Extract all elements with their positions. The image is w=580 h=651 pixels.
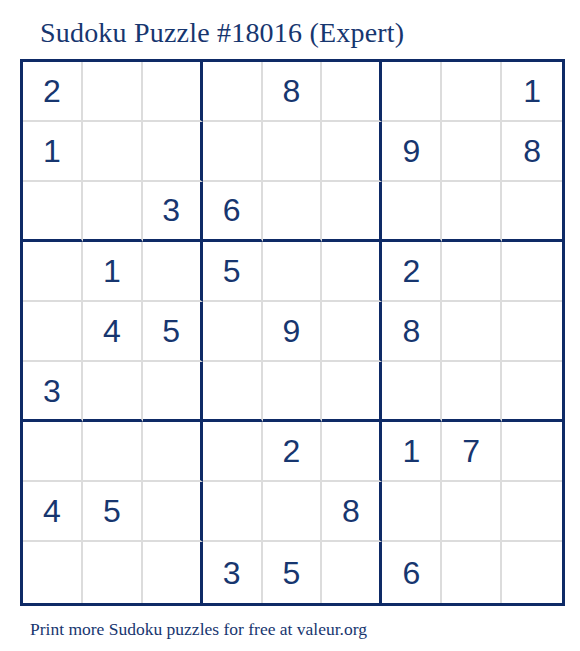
cell-r1c6[interactable] (322, 62, 382, 122)
cell-r2c4[interactable] (203, 122, 263, 182)
cell-r1c3[interactable] (143, 62, 203, 122)
cell-r3c4[interactable]: 6 (203, 182, 263, 242)
cell-r6c7[interactable] (382, 362, 442, 422)
cell-r6c1[interactable]: 3 (23, 362, 83, 422)
cell-r3c6[interactable] (322, 182, 382, 242)
cell-r5c7[interactable]: 8 (382, 302, 442, 362)
cell-r9c6[interactable] (322, 542, 382, 602)
cell-r9c4[interactable]: 3 (203, 542, 263, 602)
cell-r9c9[interactable] (502, 542, 562, 602)
cell-r7c6[interactable] (322, 422, 382, 482)
cell-r1c4[interactable] (203, 62, 263, 122)
cell-r2c8[interactable] (442, 122, 502, 182)
cell-r8c2[interactable]: 5 (83, 482, 143, 542)
cell-r7c1[interactable] (23, 422, 83, 482)
cell-r1c7[interactable] (382, 62, 442, 122)
cell-r5c9[interactable] (502, 302, 562, 362)
cell-r6c5[interactable] (263, 362, 323, 422)
cell-r7c2[interactable] (83, 422, 143, 482)
cell-r4c7[interactable]: 2 (382, 242, 442, 302)
cell-r1c8[interactable] (442, 62, 502, 122)
cell-r4c2[interactable]: 1 (83, 242, 143, 302)
cell-r5c2[interactable]: 4 (83, 302, 143, 362)
cell-r2c6[interactable] (322, 122, 382, 182)
cell-r4c5[interactable] (263, 242, 323, 302)
cell-r4c4[interactable]: 5 (203, 242, 263, 302)
cell-r3c5[interactable] (263, 182, 323, 242)
cell-r6c6[interactable] (322, 362, 382, 422)
cell-r4c8[interactable] (442, 242, 502, 302)
cell-r2c9[interactable]: 8 (502, 122, 562, 182)
cell-r2c5[interactable] (263, 122, 323, 182)
cell-r4c6[interactable] (322, 242, 382, 302)
cell-r3c7[interactable] (382, 182, 442, 242)
cell-r2c2[interactable] (83, 122, 143, 182)
cell-r8c8[interactable] (442, 482, 502, 542)
cell-r2c3[interactable] (143, 122, 203, 182)
cell-r5c4[interactable] (203, 302, 263, 362)
cell-r8c9[interactable] (502, 482, 562, 542)
cell-r3c2[interactable] (83, 182, 143, 242)
cell-r8c5[interactable] (263, 482, 323, 542)
cell-r8c7[interactable] (382, 482, 442, 542)
cell-r6c2[interactable] (83, 362, 143, 422)
cell-r1c2[interactable] (83, 62, 143, 122)
cell-r5c3[interactable]: 5 (143, 302, 203, 362)
cell-r1c9[interactable]: 1 (502, 62, 562, 122)
footer-text: Print more Sudoku puzzles for free at va… (30, 619, 580, 640)
cell-r5c8[interactable] (442, 302, 502, 362)
cell-r3c1[interactable] (23, 182, 83, 242)
cell-r9c3[interactable] (143, 542, 203, 602)
cell-r3c3[interactable]: 3 (143, 182, 203, 242)
cell-r2c7[interactable]: 9 (382, 122, 442, 182)
cell-r9c8[interactable] (442, 542, 502, 602)
cell-r7c8[interactable]: 7 (442, 422, 502, 482)
cell-r1c5[interactable]: 8 (263, 62, 323, 122)
sudoku-page: Sudoku Puzzle #18016 (Expert) 2811983615… (0, 16, 580, 640)
cell-r1c1[interactable]: 2 (23, 62, 83, 122)
cell-r4c9[interactable] (502, 242, 562, 302)
page-title: Sudoku Puzzle #18016 (Expert) (40, 16, 580, 50)
cell-r6c4[interactable] (203, 362, 263, 422)
cell-r5c6[interactable] (322, 302, 382, 362)
cell-r9c5[interactable]: 5 (263, 542, 323, 602)
cell-r9c7[interactable]: 6 (382, 542, 442, 602)
cell-r7c9[interactable] (502, 422, 562, 482)
cell-r7c3[interactable] (143, 422, 203, 482)
cell-r2c1[interactable]: 1 (23, 122, 83, 182)
cell-r4c3[interactable] (143, 242, 203, 302)
cell-r6c8[interactable] (442, 362, 502, 422)
cell-r9c1[interactable] (23, 542, 83, 602)
cell-r8c6[interactable]: 8 (322, 482, 382, 542)
cell-r7c7[interactable]: 1 (382, 422, 442, 482)
cell-r4c1[interactable] (23, 242, 83, 302)
cell-r5c5[interactable]: 9 (263, 302, 323, 362)
cell-r8c1[interactable]: 4 (23, 482, 83, 542)
cell-r6c3[interactable] (143, 362, 203, 422)
sudoku-board: 2811983615245983217458356 (20, 59, 565, 606)
cell-r3c8[interactable] (442, 182, 502, 242)
cell-r7c4[interactable] (203, 422, 263, 482)
cell-r8c4[interactable] (203, 482, 263, 542)
cell-r3c9[interactable] (502, 182, 562, 242)
cell-r9c2[interactable] (83, 542, 143, 602)
cell-r6c9[interactable] (502, 362, 562, 422)
cell-r8c3[interactable] (143, 482, 203, 542)
cell-r5c1[interactable] (23, 302, 83, 362)
cell-r7c5[interactable]: 2 (263, 422, 323, 482)
